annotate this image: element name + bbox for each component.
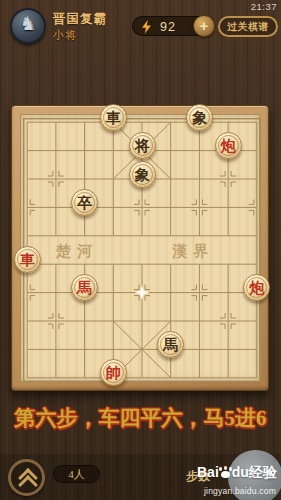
- collapse-button[interactable]: [8, 459, 45, 496]
- piece-glyph: 炮: [244, 278, 269, 298]
- watermark-cn: 经验: [249, 465, 277, 480]
- piece-red-cannon[interactable]: 炮: [243, 274, 270, 301]
- river-label-right: 漢界: [172, 242, 214, 261]
- baidu-watermark: Baidu经验: [197, 464, 277, 482]
- piece-glyph: 帥: [101, 363, 126, 383]
- piece-black-chariot[interactable]: 車: [100, 104, 127, 131]
- piece-black-general[interactable]: 将: [129, 132, 156, 159]
- piece-glyph: 車: [15, 250, 40, 270]
- add-energy-button[interactable]: +: [193, 15, 215, 37]
- piece-red-chariot[interactable]: 車: [14, 246, 41, 273]
- clock: 21:37: [251, 1, 277, 12]
- piece-black-horse[interactable]: 馬: [157, 331, 184, 358]
- piece-red-horse[interactable]: 馬: [71, 274, 98, 301]
- piece-glyph: 卒: [72, 193, 97, 213]
- watermark-brand: du: [232, 464, 249, 480]
- baidu-paw-icon: [219, 466, 232, 478]
- piece-glyph: 象: [130, 165, 155, 185]
- piece-red-general[interactable]: 帥: [100, 359, 127, 386]
- lightning-icon: [141, 20, 152, 34]
- river-label-left: 楚河: [56, 242, 98, 261]
- piece-glyph: 車: [101, 108, 126, 128]
- avatar-knight-icon: ♞: [12, 12, 44, 35]
- piece-black-soldier[interactable]: 卒: [71, 189, 98, 216]
- piece-glyph: 馬: [158, 335, 183, 355]
- piece-glyph: 象: [187, 108, 212, 128]
- board-field[interactable]: 楚河 漢界 車象将炮象卒車馬炮馬帥: [20, 114, 260, 382]
- piece-black-elephant[interactable]: 象: [186, 104, 213, 131]
- guild-name: 晋国复霸: [53, 11, 107, 28]
- player-rank: 小将: [53, 28, 77, 43]
- watermark-url: jingyan.baidu.com: [204, 486, 276, 496]
- energy-value: 92: [160, 20, 176, 34]
- app-screen: 21:37 ♞ 晋国复霸 小将 92 + 过关棋谱 楚河 漢界 車象将炮象卒車馬…: [0, 0, 281, 500]
- piece-red-cannon[interactable]: 炮: [215, 132, 242, 159]
- puzzle-records-button[interactable]: 过关棋谱: [218, 16, 278, 37]
- watermark-brand: Bai: [197, 464, 219, 480]
- piece-glyph: 将: [130, 136, 155, 156]
- move-annotation: 第六步，车四平六，马5进6: [0, 404, 281, 432]
- players-count: 4人: [53, 465, 100, 483]
- avatar[interactable]: ♞: [10, 8, 46, 44]
- piece-glyph: 馬: [72, 278, 97, 298]
- piece-glyph: 炮: [216, 136, 241, 156]
- bottom-bar: 4人 步数 Baidu经验 jingyan.baidu.com: [0, 454, 281, 500]
- xiangqi-board: 楚河 漢界 車象将炮象卒車馬炮馬帥: [11, 105, 269, 391]
- piece-black-elephant[interactable]: 象: [129, 161, 156, 188]
